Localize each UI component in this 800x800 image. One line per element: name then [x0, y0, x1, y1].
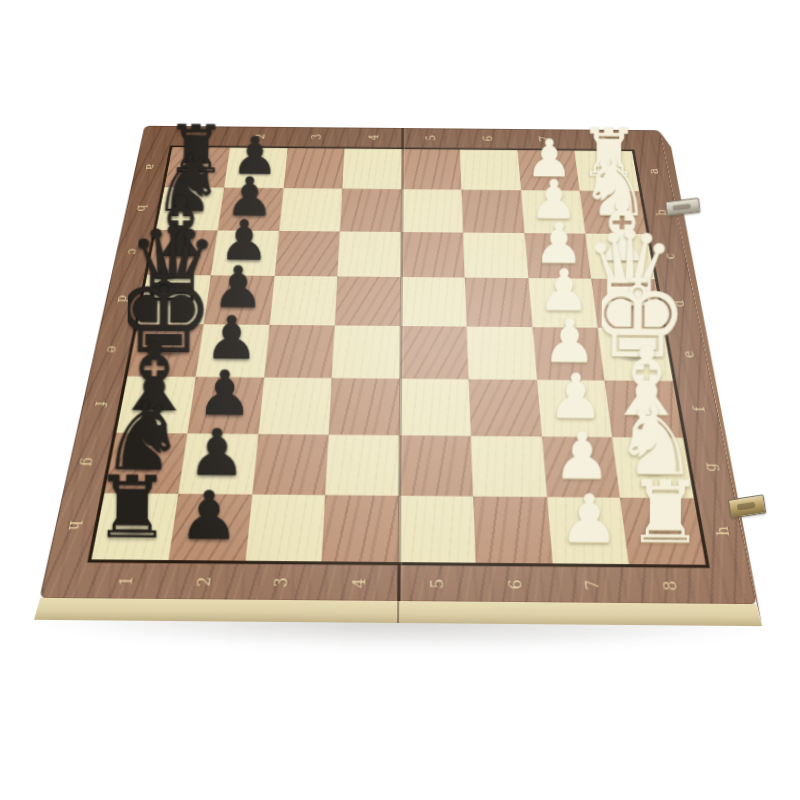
square-c3[interactable]: [274, 231, 340, 277]
piece-white-pawn-h7[interactable]: ♟: [539, 436, 630, 552]
rank-label-7-front: 7: [580, 573, 606, 597]
square-h5[interactable]: [399, 496, 476, 563]
rank-label-4-front: 4: [347, 571, 371, 595]
square-f6[interactable]: [468, 379, 541, 436]
file-label-a-left: a: [140, 160, 161, 173]
square-h3[interactable]: [245, 495, 325, 562]
file-label-b-left: b: [131, 201, 152, 215]
square-f3[interactable]: [258, 377, 332, 434]
rank-label-5-back: 5: [422, 132, 440, 145]
square-a6[interactable]: [460, 150, 521, 190]
rank-label-1-back: 1: [193, 130, 213, 143]
square-a4[interactable]: [342, 149, 402, 189]
chess-set-photo: abcdefgh abcdefgh 12345678 12345678 ♜♞♝♛…: [0, 0, 800, 800]
square-b7[interactable]: [521, 190, 586, 233]
square-b4[interactable]: [340, 189, 402, 232]
square-b6[interactable]: [461, 190, 524, 233]
clasp-slot: [736, 502, 755, 511]
rank-label-6-front: 6: [503, 573, 528, 597]
square-e5[interactable]: [400, 326, 468, 379]
square-d4[interactable]: [335, 277, 401, 326]
piece-billboard: ♟: [549, 412, 631, 552]
rank-label-3-back: 3: [308, 131, 326, 144]
square-h4[interactable]: [322, 495, 399, 562]
square-g4[interactable]: [325, 434, 399, 496]
square-g3[interactable]: [252, 434, 329, 496]
square-c5[interactable]: [401, 232, 464, 278]
file-label-a-right: a: [643, 164, 663, 178]
piece-billboard: ♟: [168, 409, 250, 549]
piece-billboard: ♜: [625, 413, 707, 553]
fold-seam-front-notch: [397, 601, 399, 623]
rank-label-4-back: 4: [365, 131, 383, 144]
square-d3[interactable]: [269, 276, 337, 325]
square-b3[interactable]: [279, 188, 343, 231]
white-pawn-glyph: ♟: [559, 487, 620, 551]
square-f5[interactable]: [400, 378, 471, 435]
rank-label-7-back: 7: [535, 133, 554, 146]
rank-label-6-back: 6: [479, 132, 497, 145]
square-a5[interactable]: [402, 149, 461, 189]
square-b2[interactable]: [217, 188, 283, 231]
square-a2[interactable]: [224, 148, 287, 188]
rank-label-1-front: 1: [112, 569, 140, 593]
square-g6[interactable]: [471, 436, 547, 498]
rank-label-2-back: 2: [250, 130, 269, 143]
rank-label-8-front: 8: [657, 574, 684, 598]
white-rook-glyph: ♜: [627, 470, 705, 552]
rank-label-8-back: 8: [592, 133, 611, 146]
square-e4[interactable]: [332, 325, 401, 378]
rank-label-5-front: 5: [425, 572, 449, 596]
square-c6[interactable]: [463, 232, 528, 278]
piece-black-pawn-h2[interactable]: ♟: [168, 433, 261, 549]
square-b1[interactable]: [156, 187, 224, 230]
piece-billboard: ♜: [91, 408, 173, 548]
square-a7[interactable]: [517, 150, 580, 190]
square-g5[interactable]: [399, 435, 473, 497]
square-b8[interactable]: [580, 191, 647, 234]
square-h6[interactable]: [473, 497, 552, 564]
square-b5[interactable]: [401, 189, 462, 232]
square-f4[interactable]: [329, 378, 400, 435]
square-d5[interactable]: [401, 277, 467, 326]
square-a8[interactable]: [575, 151, 640, 191]
rank-label-3-front: 3: [269, 571, 295, 595]
square-a3[interactable]: [283, 148, 345, 188]
chess-board: abcdefgh abcdefgh 12345678 12345678 ♜♞♝♛…: [39, 126, 757, 605]
clasp-slot: [673, 203, 691, 210]
rank-label-2-front: 2: [190, 570, 217, 594]
black-pawn-glyph: ♟: [178, 484, 239, 548]
square-c4[interactable]: [338, 231, 402, 277]
perspective-viewport: abcdefgh abcdefgh 12345678 12345678 ♜♞♝♛…: [0, 0, 800, 800]
square-e6[interactable]: [466, 327, 536, 380]
square-e3[interactable]: [264, 325, 335, 378]
black-rook-glyph: ♜: [93, 466, 171, 548]
square-a1[interactable]: [164, 147, 229, 187]
file-label-h-right: h: [709, 520, 736, 542]
file-label-h-left: h: [61, 514, 89, 536]
square-d6[interactable]: [465, 278, 533, 327]
